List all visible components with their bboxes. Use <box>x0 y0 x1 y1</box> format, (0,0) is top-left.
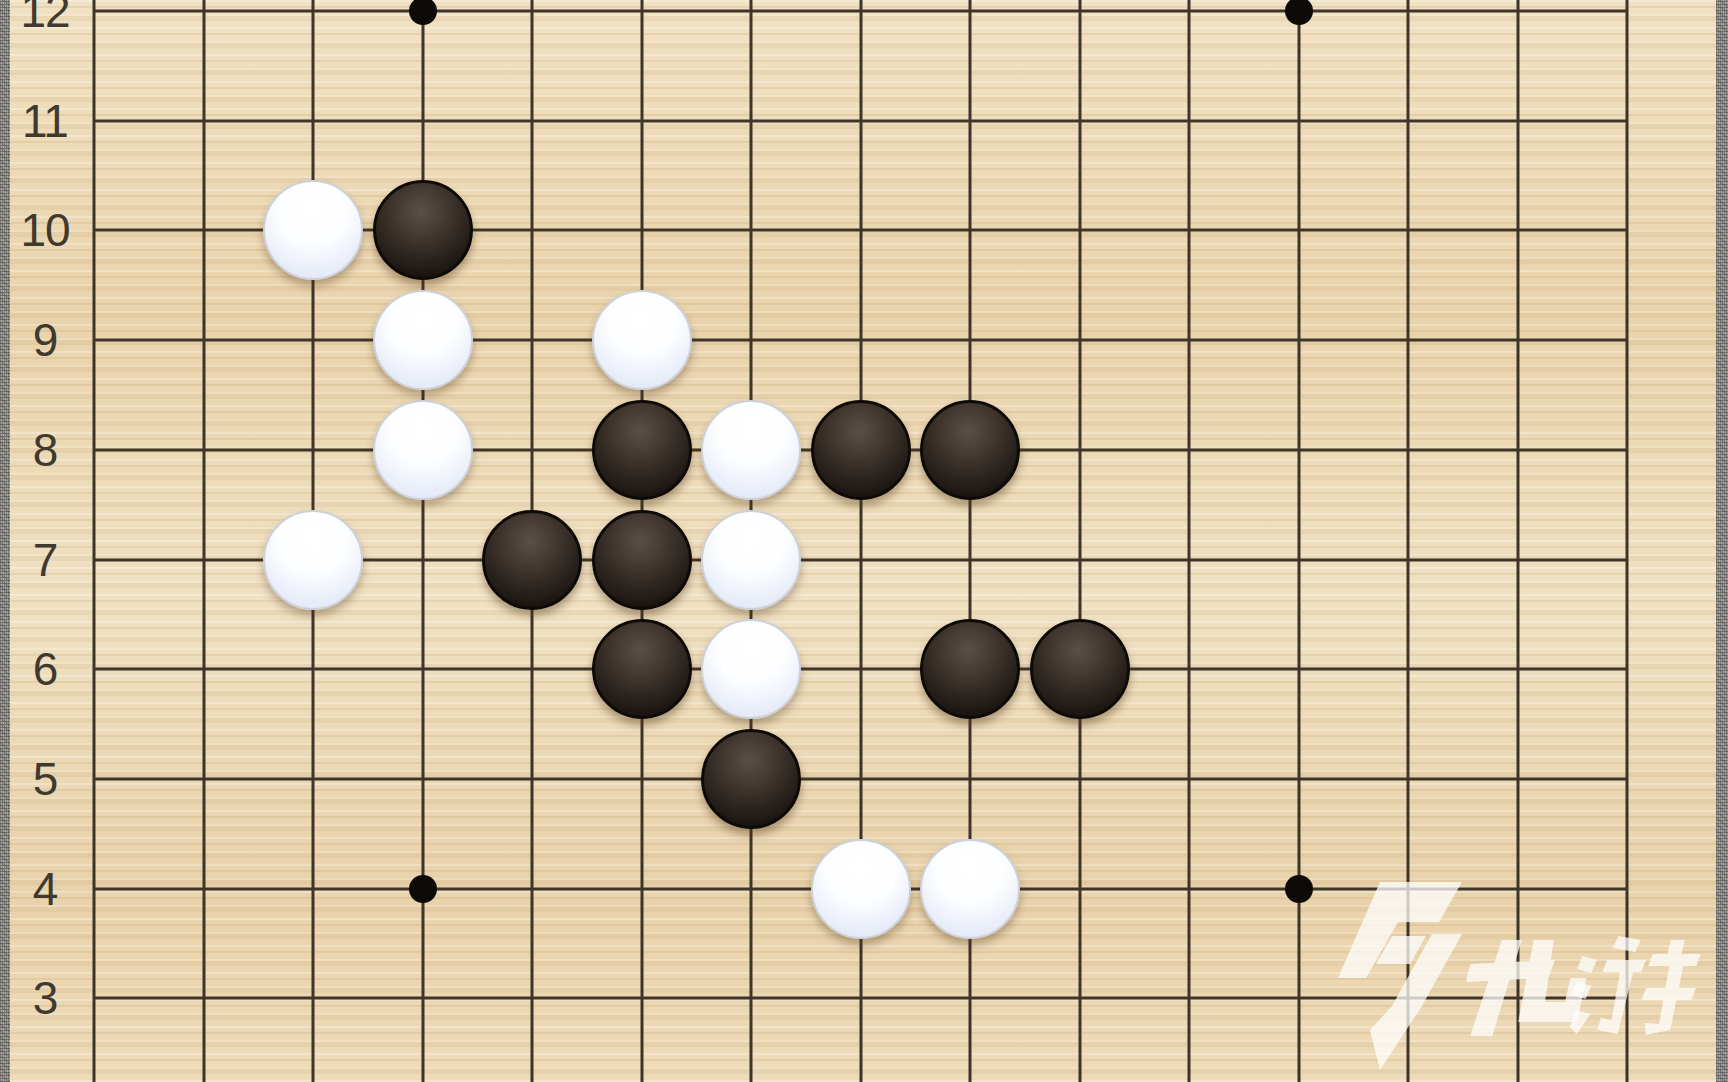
star-point-4-4 <box>409 875 437 903</box>
grid-line-v-2 <box>202 0 205 1082</box>
stone-black-4-10[interactable] <box>373 180 473 280</box>
row-label-12: 12 <box>20 0 69 34</box>
row-label-6: 6 <box>33 646 58 692</box>
stone-white-7-8[interactable] <box>701 400 801 500</box>
row-label-7: 7 <box>33 537 58 583</box>
screenshot-root: 1211109876543 <box>0 0 1728 1082</box>
screen-edge-strip-left <box>0 0 10 1082</box>
stone-white-9-4[interactable] <box>920 839 1020 939</box>
row-label-8: 8 <box>33 427 58 473</box>
row-label-4: 4 <box>33 866 58 912</box>
stone-black-10-6[interactable] <box>1030 619 1130 719</box>
grid-line-h-6 <box>94 668 1627 671</box>
row-label-10: 10 <box>20 207 69 253</box>
grid-line-v-14 <box>1516 0 1519 1082</box>
stone-black-6-6[interactable] <box>592 619 692 719</box>
grid-line-h-9 <box>94 339 1627 342</box>
grid-line-v-12 <box>1297 0 1300 1082</box>
stone-white-3-7[interactable] <box>263 510 363 610</box>
stone-white-4-8[interactable] <box>373 400 473 500</box>
stone-white-7-7[interactable] <box>701 510 801 610</box>
row-label-5: 5 <box>33 756 58 802</box>
grid-line-h-3 <box>94 997 1627 1000</box>
stone-black-9-6[interactable] <box>920 619 1020 719</box>
stone-white-3-10[interactable] <box>263 180 363 280</box>
screen-edge-strip-right <box>1716 0 1728 1082</box>
grid-line-v-11 <box>1188 0 1191 1082</box>
stone-white-4-9[interactable] <box>373 290 473 390</box>
grid-line-v-10 <box>1078 0 1081 1082</box>
grid-line-v-1 <box>93 0 96 1082</box>
stone-black-6-7[interactable] <box>592 510 692 610</box>
grid-line-v-13 <box>1407 0 1410 1082</box>
stone-black-5-7[interactable] <box>482 510 582 610</box>
stone-white-6-9[interactable] <box>592 290 692 390</box>
go-board[interactable]: 1211109876543 <box>0 0 1728 1082</box>
grid-line-h-11 <box>94 119 1627 122</box>
row-label-9: 9 <box>33 317 58 363</box>
row-label-11: 11 <box>22 98 68 144</box>
stone-black-8-8[interactable] <box>811 400 911 500</box>
stone-black-6-8[interactable] <box>592 400 692 500</box>
grid-line-v-4 <box>421 0 424 1082</box>
row-label-3: 3 <box>33 975 58 1021</box>
stone-white-8-4[interactable] <box>811 839 911 939</box>
grid-line-h-12 <box>94 10 1627 13</box>
grid-line-h-5 <box>94 777 1627 780</box>
star-point-12-12 <box>1285 0 1313 25</box>
stone-black-7-5[interactable] <box>701 729 801 829</box>
grid-line-v-15 <box>1626 0 1629 1082</box>
stone-black-9-8[interactable] <box>920 400 1020 500</box>
stone-white-7-6[interactable] <box>701 619 801 719</box>
star-point-4-12 <box>409 0 437 25</box>
star-point-12-4 <box>1285 875 1313 903</box>
